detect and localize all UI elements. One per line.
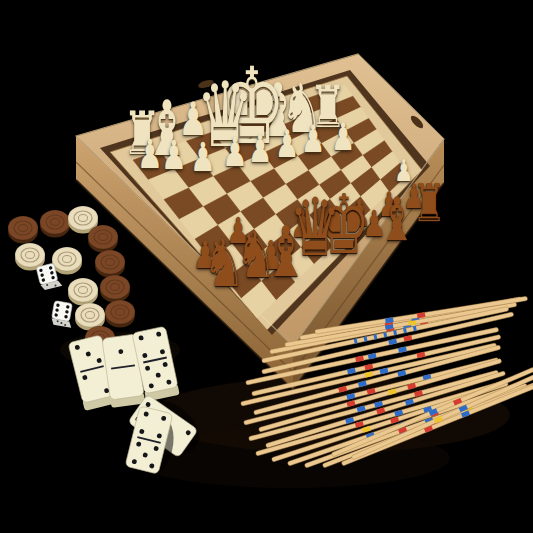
stick-band (358, 381, 367, 388)
stick-band (357, 406, 366, 413)
stick-band (397, 370, 406, 377)
product-photo-scene: ♜♝♟♟♟♛♟♚♟♝♞♜♟♟♟♟♟♞♞♟♟♝♟♛♟♚♟♟♝♟♟♜♟ (0, 0, 533, 533)
checkers-discs (8, 206, 135, 354)
stick-band (368, 353, 377, 359)
stick-band (367, 388, 376, 395)
stick-band (347, 368, 356, 374)
stick-band (403, 335, 412, 341)
mikado-sticks (240, 296, 533, 468)
stick-band (388, 388, 397, 395)
stick-band (355, 356, 364, 362)
stick-band (417, 352, 426, 358)
stick-band (376, 407, 385, 414)
stick-band (388, 339, 397, 345)
stick-band (362, 426, 371, 433)
stick-band (338, 386, 347, 393)
stick-band (398, 347, 407, 353)
checker-disc-brown (95, 250, 125, 278)
checker-disc-cream (52, 247, 82, 275)
domino-flat (121, 405, 181, 484)
checker-disc-brown (8, 216, 38, 244)
stick-band (380, 368, 389, 374)
stick-band (364, 371, 373, 377)
stick-band (390, 417, 399, 424)
checker-disc-brown (100, 275, 130, 303)
stick-band (405, 399, 414, 406)
checker-disc-brown (40, 210, 70, 238)
stick-band (355, 421, 364, 428)
stick-band (347, 400, 356, 407)
checker-disc-brown (88, 225, 118, 253)
accessories-layer (0, 0, 533, 533)
checker-disc-cream (68, 278, 98, 306)
die (51, 301, 76, 328)
stick-band (364, 364, 373, 370)
stick-band (345, 417, 354, 424)
checker-disc-brown (105, 300, 135, 328)
stick-band (374, 401, 383, 408)
stick-band (346, 393, 355, 400)
